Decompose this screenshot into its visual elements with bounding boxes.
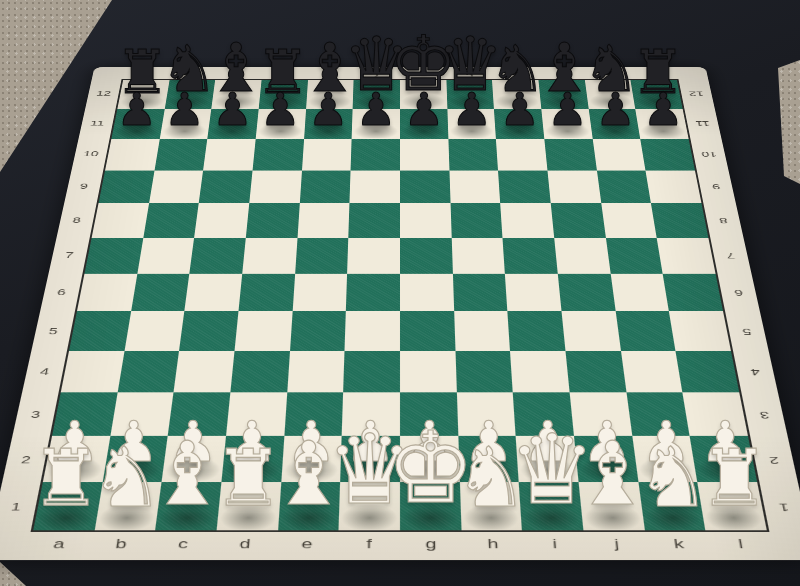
black-pawn-i11[interactable]: ♟ — [499, 86, 540, 131]
black-pawn-k11[interactable]: ♟ — [595, 86, 636, 131]
black-pawn-b11[interactable]: ♟ — [164, 86, 205, 131]
black-pawn-h11[interactable]: ♟ — [452, 86, 493, 131]
black-pawn-e11[interactable]: ♟ — [308, 86, 349, 131]
black-pawn-a11[interactable]: ♟ — [116, 86, 157, 131]
black-pawn-j11[interactable]: ♟ — [547, 86, 588, 131]
black-pawn-g11[interactable]: ♟ — [404, 86, 445, 131]
pieces-layer: ♜♞♝♜♝♛♚♛♞♝♞♜♟♟♟♟♟♟♟♟♟♟♟♟♟♟♟♟♟♟♟♟♟♟♟♟♜♞♝♜… — [0, 0, 800, 586]
black-pawn-c11[interactable]: ♟ — [212, 86, 253, 131]
black-pawn-f11[interactable]: ♟ — [356, 86, 397, 131]
black-pawn-l11[interactable]: ♟ — [643, 86, 684, 131]
white-rook-l1[interactable]: ♜ — [699, 440, 769, 518]
black-pawn-d11[interactable]: ♟ — [260, 86, 301, 131]
